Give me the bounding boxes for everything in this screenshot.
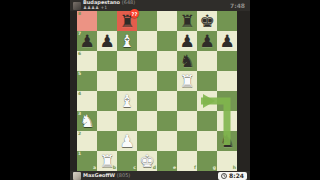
square-f2[interactable] bbox=[177, 131, 197, 151]
file-coordinate-f: f bbox=[194, 166, 196, 171]
square-a3[interactable]: 3♞ bbox=[77, 111, 97, 131]
bottom-player-name: MaxGeoffW (805) bbox=[83, 173, 130, 178]
white-bishop-piece[interactable]: ♝ bbox=[117, 91, 137, 111]
file-coordinate-e: e bbox=[173, 166, 176, 171]
black-pawn-piece[interactable]: ♟ bbox=[197, 31, 217, 51]
white-pawn-piece[interactable]: ♟ bbox=[117, 131, 137, 151]
square-d6[interactable] bbox=[137, 51, 157, 71]
rank-coordinate-4: 4 bbox=[78, 92, 81, 97]
square-e1[interactable]: e bbox=[157, 151, 177, 171]
black-pawn-piece[interactable]: ♟ bbox=[77, 31, 97, 51]
square-c8[interactable]: ♜?? bbox=[117, 11, 137, 31]
blunder-badge: ?? bbox=[130, 9, 139, 18]
black-rook-piece[interactable]: ♜ bbox=[177, 11, 197, 31]
square-d8[interactable] bbox=[137, 11, 157, 31]
square-d7[interactable] bbox=[137, 31, 157, 51]
square-c7[interactable]: ♝ bbox=[117, 31, 137, 51]
bottom-player-bar: MaxGeoffW (805) 8:24 bbox=[70, 171, 250, 180]
square-g3[interactable] bbox=[197, 111, 217, 131]
square-h2[interactable]: ♞ bbox=[217, 131, 237, 151]
square-c5[interactable] bbox=[117, 71, 137, 91]
chess-board: 8♜??♜♚7♟♟♝♟♟♟6♞5♜4♝3♞2♟♞1ab♜cd♚efgh bbox=[77, 11, 237, 171]
square-e2[interactable] bbox=[157, 131, 177, 151]
clock-icon bbox=[221, 173, 227, 179]
square-b1[interactable]: b♜ bbox=[97, 151, 117, 171]
bottom-player-info[interactable]: MaxGeoffW (805) bbox=[83, 173, 130, 178]
square-b2[interactable] bbox=[97, 131, 117, 151]
black-pawn-piece[interactable]: ♟ bbox=[177, 31, 197, 51]
square-c1[interactable]: c bbox=[117, 151, 137, 171]
square-e4[interactable] bbox=[157, 91, 177, 111]
file-coordinate-a: a bbox=[93, 166, 96, 171]
white-king-piece[interactable]: ♚ bbox=[137, 151, 157, 171]
square-e5[interactable] bbox=[157, 71, 177, 91]
square-f7[interactable]: ♟ bbox=[177, 31, 197, 51]
file-coordinate-g: g bbox=[213, 166, 216, 171]
square-f6[interactable]: ♞ bbox=[177, 51, 197, 71]
square-d4[interactable] bbox=[137, 91, 157, 111]
square-g8[interactable]: ♚ bbox=[197, 11, 217, 31]
square-g4[interactable] bbox=[197, 91, 217, 111]
square-e8[interactable] bbox=[157, 11, 177, 31]
square-g5[interactable] bbox=[197, 71, 217, 91]
square-h7[interactable]: ♟ bbox=[217, 31, 237, 51]
square-a1[interactable]: 1a bbox=[77, 151, 97, 171]
square-e3[interactable] bbox=[157, 111, 177, 131]
white-rook-piece[interactable]: ♜ bbox=[177, 71, 197, 91]
square-d5[interactable] bbox=[137, 71, 157, 91]
square-e7[interactable] bbox=[157, 31, 177, 51]
rank-coordinate-8: 8 bbox=[78, 12, 81, 17]
square-c4[interactable]: ♝ bbox=[117, 91, 137, 111]
square-b6[interactable] bbox=[97, 51, 117, 71]
square-f3[interactable] bbox=[177, 111, 197, 131]
square-a4[interactable]: 4 bbox=[77, 91, 97, 111]
square-g2[interactable] bbox=[197, 131, 217, 151]
app-screen: Budapestano (648) ♟♟♟♟ +1 7:48 8♜??♜♚7♟♟… bbox=[70, 0, 250, 180]
top-player-avatar[interactable] bbox=[73, 2, 81, 10]
square-c3[interactable] bbox=[117, 111, 137, 131]
black-pawn-piece[interactable]: ♟ bbox=[217, 31, 237, 51]
white-bishop-piece[interactable]: ♝ bbox=[117, 31, 137, 51]
square-d3[interactable] bbox=[137, 111, 157, 131]
rank-coordinate-6: 6 bbox=[78, 52, 81, 57]
square-h1[interactable]: h bbox=[217, 151, 237, 171]
black-knight-piece[interactable]: ♞ bbox=[177, 51, 197, 71]
white-rook-piece[interactable]: ♜ bbox=[97, 151, 117, 171]
square-h8[interactable] bbox=[217, 11, 237, 31]
rank-coordinate-2: 2 bbox=[78, 132, 81, 137]
square-f5[interactable]: ♜ bbox=[177, 71, 197, 91]
square-d2[interactable] bbox=[137, 131, 157, 151]
top-player-clock: 7:48 bbox=[230, 3, 247, 9]
square-g6[interactable] bbox=[197, 51, 217, 71]
square-b7[interactable]: ♟ bbox=[97, 31, 117, 51]
square-c6[interactable] bbox=[117, 51, 137, 71]
file-coordinate-c: c bbox=[133, 166, 136, 171]
square-a6[interactable]: 6 bbox=[77, 51, 97, 71]
square-h3[interactable] bbox=[217, 111, 237, 131]
square-b4[interactable] bbox=[97, 91, 117, 111]
rank-coordinate-5: 5 bbox=[78, 72, 81, 77]
bottom-clock-time: 8:24 bbox=[229, 173, 244, 179]
top-player-info[interactable]: Budapestano (648) ♟♟♟♟ +1 bbox=[83, 0, 135, 11]
square-d1[interactable]: d♚ bbox=[137, 151, 157, 171]
bottom-player-rating: (805) bbox=[117, 172, 130, 178]
square-b8[interactable] bbox=[97, 11, 117, 31]
white-knight-piece[interactable]: ♞ bbox=[77, 111, 97, 131]
rank-coordinate-1: 1 bbox=[78, 152, 81, 157]
square-g7[interactable]: ♟ bbox=[197, 31, 217, 51]
square-h4[interactable] bbox=[217, 91, 237, 111]
bottom-player-avatar[interactable] bbox=[73, 172, 81, 180]
square-e6[interactable] bbox=[157, 51, 177, 71]
bottom-player-clock: 8:24 bbox=[218, 172, 247, 180]
square-a7[interactable]: 7♟ bbox=[77, 31, 97, 51]
square-f8[interactable]: ♜ bbox=[177, 11, 197, 31]
black-king-piece[interactable]: ♚ bbox=[197, 11, 217, 31]
square-a2[interactable]: 2 bbox=[77, 131, 97, 151]
square-a8[interactable]: 8 bbox=[77, 11, 97, 31]
letterbox-left bbox=[0, 0, 70, 180]
letterbox-right bbox=[250, 0, 320, 180]
top-player-bar: Budapestano (648) ♟♟♟♟ +1 7:48 bbox=[70, 0, 250, 11]
black-pawn-piece[interactable]: ♟ bbox=[97, 31, 117, 51]
square-h5[interactable] bbox=[217, 71, 237, 91]
square-g1[interactable]: g bbox=[197, 151, 217, 171]
square-f4[interactable] bbox=[177, 91, 197, 111]
black-knight-piece[interactable]: ♞ bbox=[217, 131, 237, 151]
square-h6[interactable] bbox=[217, 51, 237, 71]
square-f1[interactable]: f bbox=[177, 151, 197, 171]
top-player-rating: (648) bbox=[122, 0, 135, 5]
square-c2[interactable]: ♟ bbox=[117, 131, 137, 151]
file-coordinate-h: h bbox=[233, 166, 236, 171]
square-a5[interactable]: 5 bbox=[77, 71, 97, 91]
square-b3[interactable] bbox=[97, 111, 117, 131]
square-b5[interactable] bbox=[97, 71, 117, 91]
